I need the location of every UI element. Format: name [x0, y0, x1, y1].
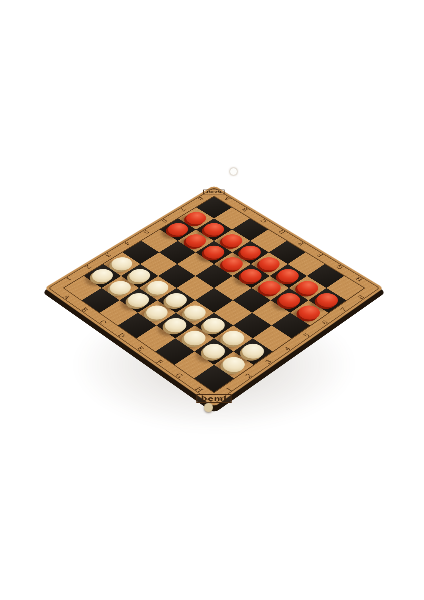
rank-label-right-7: 7 — [338, 306, 348, 313]
file-label-near-a: A — [61, 294, 71, 301]
piece-top-face — [199, 341, 230, 362]
piece-top-face — [218, 354, 249, 375]
rank-label-right-6: 6 — [320, 319, 330, 326]
piece-side-face — [310, 292, 340, 312]
square-f2[interactable] — [175, 325, 214, 351]
square-f1[interactable] — [155, 338, 194, 364]
file-label-far-c: C — [259, 218, 269, 224]
rank-label-right-3: 3 — [263, 359, 273, 366]
file-label-near-h: H — [193, 386, 205, 394]
rank-label-right-1: 1 — [224, 386, 234, 393]
piece-white-h2[interactable] — [218, 354, 249, 375]
piece-side-face — [196, 343, 227, 364]
square-c1[interactable] — [100, 300, 138, 325]
piece-side-face — [158, 317, 188, 337]
piece-top-face — [142, 303, 172, 323]
board-foot-dot-icon — [204, 403, 213, 412]
square-d1[interactable] — [118, 313, 156, 339]
square-d2[interactable] — [138, 300, 176, 325]
file-label-far-f: F — [315, 252, 325, 258]
rank-label-right-8: 8 — [356, 294, 366, 300]
piece-red-h7[interactable] — [312, 290, 342, 310]
piece-top-face — [199, 315, 229, 335]
rank-label-right-4: 4 — [283, 345, 293, 352]
piece-side-face — [121, 292, 151, 312]
square-e4[interactable] — [195, 288, 233, 313]
square-f5[interactable] — [233, 288, 271, 313]
rank-label-right-5: 5 — [301, 332, 311, 339]
piece-side-face — [140, 304, 170, 324]
square-h4[interactable] — [253, 325, 292, 351]
piece-white-g3[interactable] — [218, 328, 249, 349]
piece-side-face — [216, 330, 247, 351]
file-label-near-b: B — [79, 306, 90, 313]
piece-top-face — [180, 303, 210, 323]
piece-side-face — [273, 292, 303, 312]
piece-side-face — [177, 330, 208, 351]
square-g4[interactable] — [233, 313, 271, 339]
piece-top-face — [238, 341, 269, 362]
square-h1[interactable] — [194, 365, 234, 392]
square-g3[interactable] — [214, 325, 253, 351]
piece-top-face — [275, 290, 305, 310]
corner-screw-dot-icon — [230, 168, 237, 175]
square-e1[interactable] — [137, 325, 176, 351]
piece-white-d3[interactable] — [161, 290, 191, 310]
square-h2[interactable] — [214, 351, 253, 378]
piece-top-face — [218, 328, 249, 349]
piece-top-face — [179, 328, 210, 349]
piece-top-face — [312, 290, 342, 310]
file-label-far-e: E — [296, 240, 306, 246]
brand-logo-far-corner: bemi — [203, 189, 225, 194]
square-e2[interactable] — [156, 313, 194, 339]
square-c2[interactable] — [120, 288, 158, 313]
piece-side-face — [159, 292, 189, 312]
piece-top-face — [123, 290, 153, 310]
piece-top-face — [294, 303, 324, 323]
piece-top-face — [161, 290, 191, 310]
file-label-near-e: E — [135, 345, 146, 352]
piece-red-g6[interactable] — [275, 290, 305, 310]
square-g5[interactable] — [252, 300, 290, 325]
file-label-near-c: C — [97, 319, 108, 326]
rank-label-right-2: 2 — [244, 372, 254, 379]
piece-white-f3[interactable] — [199, 315, 229, 335]
file-label-far-b: B — [240, 207, 250, 213]
piece-white-f2[interactable] — [179, 328, 210, 349]
file-label-near-f: F — [154, 358, 165, 365]
square-g2[interactable] — [194, 338, 233, 364]
piece-side-face — [197, 317, 227, 337]
piece-white-h3[interactable] — [238, 341, 269, 362]
piece-white-e2[interactable] — [160, 315, 190, 335]
square-f3[interactable] — [195, 313, 233, 339]
square-g1[interactable] — [175, 351, 214, 378]
piece-white-d2[interactable] — [142, 303, 172, 323]
file-label-near-d: D — [116, 332, 127, 339]
piece-side-face — [292, 304, 322, 324]
piece-white-e3[interactable] — [180, 303, 210, 323]
piece-side-face — [235, 343, 266, 364]
square-h5[interactable] — [272, 313, 310, 339]
brand-logo-near-corner: bemi — [196, 394, 232, 403]
file-label-far-a: A — [222, 196, 232, 202]
piece-red-h6[interactable] — [294, 303, 324, 323]
square-h7[interactable] — [308, 288, 346, 313]
square-b1[interactable] — [82, 288, 120, 313]
piece-white-g2[interactable] — [199, 341, 230, 362]
product-photo-scene: ABCDEFGH ABCDEFGH 12345678 12345678 bemi… — [0, 0, 424, 600]
square-d3[interactable] — [157, 288, 195, 313]
square-h6[interactable] — [290, 300, 328, 325]
file-label-near-g: G — [173, 372, 184, 380]
piece-white-c2[interactable] — [123, 290, 153, 310]
square-e3[interactable] — [176, 300, 214, 325]
square-h3[interactable] — [234, 338, 273, 364]
piece-side-face — [178, 304, 208, 324]
piece-side-face — [216, 356, 247, 377]
square-f4[interactable] — [214, 300, 252, 325]
piece-top-face — [160, 315, 190, 335]
square-g6[interactable] — [271, 288, 309, 313]
